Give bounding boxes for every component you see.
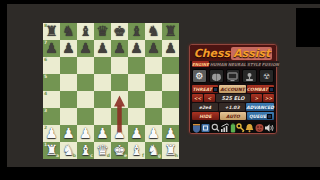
board-area: 8♜♞♝♛♚♝♞♜7♟♟♟♟♟♟♟♟65432♟♟♟♟♟♟♟♟1a♜b♞c♝d♛…	[43, 23, 179, 159]
elo-row: << < 525 ELO > >>	[190, 93, 276, 102]
square-e2[interactable]: ♟	[111, 125, 128, 142]
square-b1[interactable]: b♞	[60, 142, 77, 159]
square-f5[interactable]	[128, 74, 145, 91]
threat-button[interactable]: THREAT	[192, 85, 218, 93]
square-f7[interactable]: ♟	[128, 40, 145, 57]
square-g1[interactable]: g♞	[145, 142, 162, 159]
title-chess: Chess	[194, 48, 230, 59]
square-c6[interactable]	[77, 57, 94, 74]
action-row: HIDE AUTO QUEUE	[190, 111, 276, 120]
square-f4[interactable]	[128, 91, 145, 108]
battery-icon[interactable]	[230, 123, 236, 133]
square-g3[interactable]	[145, 108, 162, 125]
rank-label: 4	[44, 92, 47, 97]
white-bishop[interactable]: ♝	[77, 142, 94, 159]
account-button[interactable]: ACCOUNT	[219, 85, 245, 93]
monitor-icon	[227, 67, 238, 86]
square-c8[interactable]: ♝	[77, 23, 94, 40]
square-b6[interactable]	[60, 57, 77, 74]
white-pawn[interactable]: ♟	[111, 125, 128, 142]
black-pawn[interactable]: ♟	[43, 40, 60, 57]
square-d4[interactable]	[94, 91, 111, 108]
letterbox-bottom	[0, 167, 320, 180]
brain-icon	[211, 67, 222, 86]
black-pawn[interactable]: ♟	[162, 40, 179, 57]
square-b3[interactable]	[60, 108, 77, 125]
square-d2[interactable]: ♟	[94, 125, 111, 142]
white-pawn[interactable]: ♟	[162, 125, 179, 142]
square-e4[interactable]	[111, 91, 128, 108]
panel-title: Chess Assist	[190, 45, 276, 61]
black-pawn[interactable]: ♟	[145, 40, 162, 57]
square-e7[interactable]: ♟	[111, 40, 128, 57]
square-h7[interactable]: ♟	[162, 40, 179, 57]
face-icon[interactable]	[255, 123, 264, 133]
square-g8[interactable]: ♞	[145, 23, 162, 40]
engine-mode-button[interactable]: ⚙	[192, 69, 207, 83]
white-pawn[interactable]: ♟	[128, 125, 145, 142]
square-a7[interactable]: 7♟	[43, 40, 60, 57]
square-h1[interactable]: h♜	[162, 142, 179, 159]
white-pawn[interactable]: ♟	[43, 125, 60, 142]
black-king[interactable]: ♚	[111, 23, 128, 40]
queue-label: QUEUE	[249, 114, 266, 119]
elo-next-button[interactable]: >	[251, 94, 262, 102]
tab-fusion[interactable]: FUSION	[262, 61, 279, 67]
auto-button[interactable]: AUTO	[220, 112, 247, 120]
square-h8[interactable]: ♜	[162, 23, 179, 40]
queue-button[interactable]: QUEUE	[247, 112, 274, 120]
white-pawn[interactable]: ♟	[145, 125, 162, 142]
white-pawn[interactable]: ♟	[60, 125, 77, 142]
square-g7[interactable]: ♟	[145, 40, 162, 57]
move-row: e2e4 +1.03 ADVANCED	[190, 102, 276, 111]
square-a4[interactable]: 4	[43, 91, 60, 108]
style-mode-button[interactable]	[242, 69, 257, 83]
white-rook[interactable]: ♜	[43, 142, 60, 159]
black-patch	[296, 8, 320, 47]
window-icon[interactable]	[201, 123, 210, 133]
square-f3[interactable]	[128, 108, 145, 125]
square-a3[interactable]: 3	[43, 108, 60, 125]
magnifier-icon[interactable]	[211, 123, 220, 133]
title-assist: Assist	[231, 47, 272, 60]
white-pawn[interactable]: ♟	[77, 125, 94, 142]
account-label: ACCOUNT	[220, 87, 244, 92]
square-c4[interactable]	[77, 91, 94, 108]
neural-mode-button[interactable]	[226, 69, 241, 83]
square-d1[interactable]: d♛	[94, 142, 111, 159]
chess-assist-panel: Chess Assist ENGINE HUMAN NEURAL STYLE F…	[189, 44, 277, 134]
square-e8[interactable]: ♚	[111, 23, 128, 40]
square-g4[interactable]	[145, 91, 162, 108]
square-b7[interactable]: ♟	[60, 40, 77, 57]
square-c5[interactable]	[77, 74, 94, 91]
square-b8[interactable]: ♞	[60, 23, 77, 40]
threat-label: THREAT	[192, 87, 212, 92]
square-d5[interactable]	[94, 74, 111, 91]
white-queen[interactable]: ♛	[94, 142, 111, 159]
elo-first-button[interactable]: <<	[192, 94, 203, 102]
combat-button[interactable]: COMBAT	[247, 85, 274, 93]
square-b4[interactable]	[60, 91, 77, 108]
square-b5[interactable]	[60, 74, 77, 91]
gear-icon: ⚙	[195, 72, 203, 81]
black-rook[interactable]: ♜	[43, 23, 60, 40]
square-g2[interactable]: ♟	[145, 125, 162, 142]
letterbox-left	[0, 0, 7, 180]
square-h4[interactable]	[162, 91, 179, 108]
white-bishop[interactable]: ♝	[128, 142, 145, 159]
square-c3[interactable]	[77, 108, 94, 125]
rank-label: 3	[44, 109, 47, 114]
square-e6[interactable]	[111, 57, 128, 74]
square-a1[interactable]: 1a♜	[43, 142, 60, 159]
square-a6[interactable]: 6	[43, 57, 60, 74]
square-g6[interactable]	[145, 57, 162, 74]
square-f2[interactable]: ♟	[128, 125, 145, 142]
black-bishop[interactable]: ♝	[77, 23, 94, 40]
square-f6[interactable]	[128, 57, 145, 74]
elo-value: 525 ELO	[216, 94, 250, 102]
threat-checkbox[interactable]	[213, 87, 218, 92]
tab-engine[interactable]: ENGINE	[192, 61, 209, 67]
black-bishop[interactable]: ♝	[128, 23, 145, 40]
square-d8[interactable]: ♛	[94, 23, 111, 40]
square-h6[interactable]	[162, 57, 179, 74]
square-h3[interactable]	[162, 108, 179, 125]
hide-button[interactable]: HIDE	[192, 112, 219, 120]
combat-checkbox[interactable]	[269, 87, 274, 92]
toggle-row: THREAT ACCOUNT COMBAT	[190, 84, 276, 93]
white-knight[interactable]: ♞	[145, 142, 162, 159]
best-move-value: e2e4	[192, 103, 218, 111]
square-a5[interactable]: 5	[43, 74, 60, 91]
white-pawn[interactable]: ♟	[94, 125, 111, 142]
square-e5[interactable]	[111, 74, 128, 91]
square-g5[interactable]	[145, 74, 162, 91]
square-c7[interactable]: ♟	[77, 40, 94, 57]
square-d7[interactable]: ♟	[94, 40, 111, 57]
human-mode-button[interactable]	[209, 69, 224, 83]
black-pawn[interactable]: ♟	[94, 40, 111, 57]
square-f8[interactable]: ♝	[128, 23, 145, 40]
black-rook[interactable]: ♜	[162, 23, 179, 40]
rank-label: 6	[44, 58, 47, 63]
square-d3[interactable]	[94, 108, 111, 125]
square-c2[interactable]: ♟	[77, 125, 94, 142]
black-pawn[interactable]: ♟	[77, 40, 94, 57]
elo-last-button[interactable]: >>	[263, 94, 274, 102]
square-h5[interactable]	[162, 74, 179, 91]
square-e1[interactable]: e♚	[111, 142, 128, 159]
square-b2[interactable]: ♟	[60, 125, 77, 142]
black-pawn[interactable]: ♟	[60, 40, 77, 57]
square-a2[interactable]: 2♟	[43, 125, 60, 142]
key-icon[interactable]	[236, 123, 245, 133]
fusion-mode-button[interactable]: ☢	[259, 69, 274, 83]
square-d6[interactable]	[94, 57, 111, 74]
mode-button-row: ⚙ ☢	[190, 67, 276, 84]
white-king[interactable]: ♚	[111, 142, 128, 159]
elo-prev-button[interactable]: <	[204, 94, 215, 102]
radiation-icon: ☢	[263, 72, 270, 81]
square-e3[interactable]	[111, 108, 128, 125]
black-pawn[interactable]: ♟	[128, 40, 145, 57]
square-f1[interactable]: f♝	[128, 142, 145, 159]
bottom-icon-strip	[190, 122, 276, 133]
combat-label: COMBAT	[247, 87, 268, 92]
white-knight[interactable]: ♞	[60, 142, 77, 159]
square-c1[interactable]: c♝	[77, 142, 94, 159]
helmet-icon[interactable]	[192, 123, 201, 133]
letterbox-top	[0, 0, 320, 4]
chart-icon[interactable]	[220, 123, 230, 133]
rank-label: 5	[44, 75, 47, 80]
speaker-icon[interactable]	[264, 123, 274, 133]
advanced-button[interactable]: ADVANCED	[246, 103, 274, 111]
black-knight[interactable]: ♞	[60, 23, 77, 40]
queue-checkbox[interactable]	[267, 114, 272, 119]
black-knight[interactable]: ♞	[145, 23, 162, 40]
evaluation-value: +1.03	[219, 103, 245, 111]
black-pawn[interactable]: ♟	[111, 40, 128, 57]
black-queen[interactable]: ♛	[94, 23, 111, 40]
square-a8[interactable]: 8♜	[43, 23, 60, 40]
white-rook[interactable]: ♜	[162, 142, 179, 159]
bell-icon[interactable]	[245, 123, 254, 133]
joystick-icon	[244, 67, 255, 86]
square-h2[interactable]: ♟	[162, 125, 179, 142]
chess-board[interactable]: 8♜♞♝♛♚♝♞♜7♟♟♟♟♟♟♟♟65432♟♟♟♟♟♟♟♟1a♜b♞c♝d♛…	[43, 23, 179, 159]
